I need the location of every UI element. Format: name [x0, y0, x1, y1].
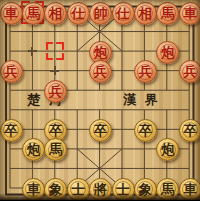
piece-character: 馬	[49, 139, 63, 160]
red-general[interactable]: 帥	[89, 2, 112, 25]
piece-character: 車	[183, 179, 197, 200]
black-chariot[interactable]: 車	[179, 178, 200, 201]
black-advisor[interactable]: 士	[112, 178, 135, 201]
piece-character: 帥	[94, 3, 108, 24]
black-advisor[interactable]: 士	[67, 178, 90, 201]
red-cannon[interactable]: 炮	[156, 41, 179, 64]
piece-character: 兵	[183, 61, 197, 82]
black-elephant[interactable]: 象	[134, 178, 157, 201]
piece-character: 兵	[94, 61, 108, 82]
black-soldier[interactable]: 卒	[134, 119, 157, 142]
black-horse[interactable]: 馬	[156, 178, 179, 201]
piece-character: 卒	[4, 120, 18, 141]
piece-character: 兵	[139, 61, 153, 82]
piece-character: 兵	[49, 81, 63, 102]
piece-character: 炮	[161, 42, 175, 63]
piece-character: 馬	[161, 179, 175, 200]
piece-character: 仕	[71, 3, 85, 24]
red-advisor[interactable]: 仕	[67, 2, 90, 25]
red-chariot[interactable]: 車	[0, 2, 23, 25]
piece-character: 車	[4, 3, 18, 24]
piece-character: 仕	[116, 3, 130, 24]
black-elephant[interactable]: 象	[44, 178, 67, 201]
piece-character: 炮	[27, 139, 41, 160]
black-soldier[interactable]: 卒	[0, 119, 23, 142]
black-soldier[interactable]: 卒	[89, 119, 112, 142]
red-soldier[interactable]: 兵	[134, 60, 157, 83]
red-horse[interactable]: 馬	[22, 2, 45, 25]
piece-character: 馬	[161, 3, 175, 24]
piece-character: 象	[139, 179, 153, 200]
piece-character: 相	[49, 3, 63, 24]
red-advisor[interactable]: 仕	[112, 2, 135, 25]
piece-character: 卒	[139, 120, 153, 141]
red-chariot[interactable]: 車	[179, 2, 200, 25]
piece-character: 馬	[27, 3, 41, 24]
piece-character: 卒	[94, 120, 108, 141]
red-elephant[interactable]: 相	[134, 2, 157, 25]
red-soldier[interactable]: 兵	[44, 80, 67, 103]
piece-character: 士	[116, 179, 130, 200]
red-horse[interactable]: 馬	[156, 2, 179, 25]
piece-character: 炮	[161, 139, 175, 160]
red-elephant[interactable]: 相	[44, 2, 67, 25]
piece-character: 卒	[183, 120, 197, 141]
piece-character: 車	[183, 3, 197, 24]
red-soldier[interactable]: 兵	[179, 60, 200, 83]
xiangqi-board[interactable]: 楚河 漢界 車馬相仕帥仕相馬車炮炮兵兵兵兵兵卒卒卒卒卒炮馬炮車象士將士象馬車	[0, 0, 200, 200]
piece-character: 將	[94, 179, 108, 200]
black-soldier[interactable]: 卒	[179, 119, 200, 142]
piece-character: 相	[139, 3, 153, 24]
piece-character: 象	[49, 179, 63, 200]
piece-character: 車	[27, 179, 41, 200]
black-chariot[interactable]: 車	[22, 178, 45, 201]
red-soldier[interactable]: 兵	[0, 60, 23, 83]
river-label-han-jie: 漢界	[123, 92, 167, 108]
piece-character: 兵	[4, 61, 18, 82]
black-general[interactable]: 將	[89, 178, 112, 201]
piece-character: 士	[71, 179, 85, 200]
